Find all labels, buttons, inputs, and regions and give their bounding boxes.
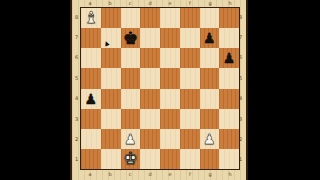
square-e3[interactable] <box>160 109 180 129</box>
square-a2[interactable] <box>81 129 101 149</box>
square-b3[interactable] <box>101 109 121 129</box>
square-f5[interactable] <box>180 68 200 88</box>
square-f8[interactable] <box>180 8 200 28</box>
rank-label: 8 <box>74 7 79 27</box>
square-f6[interactable] <box>180 48 200 68</box>
file-label: b <box>100 172 120 177</box>
file-label: f <box>180 172 200 177</box>
file-label: g <box>200 1 220 6</box>
square-h4[interactable] <box>219 89 239 109</box>
square-d4[interactable] <box>140 89 160 109</box>
square-a4[interactable]: ♟ <box>81 89 101 109</box>
rank-label: 5 <box>74 68 79 88</box>
square-f4[interactable] <box>180 89 200 109</box>
white-pawn[interactable]: ♟ <box>203 132 216 146</box>
square-b5[interactable] <box>101 68 121 88</box>
square-d1[interactable] <box>140 149 160 169</box>
square-d5[interactable] <box>140 68 160 88</box>
square-a7[interactable] <box>81 28 101 48</box>
square-g5[interactable] <box>200 68 220 88</box>
file-labels-bottom: abcdefgh <box>80 172 240 177</box>
square-b8[interactable] <box>101 8 121 28</box>
screenshot-background: abcdefgh abcdefgh 87654321 87654321 ♝▲♚♟… <box>0 0 320 180</box>
file-label: h <box>220 1 240 6</box>
square-g4[interactable] <box>200 89 220 109</box>
square-g8[interactable] <box>200 8 220 28</box>
square-b2[interactable] <box>101 129 121 149</box>
square-d8[interactable] <box>140 8 160 28</box>
square-a1[interactable] <box>81 149 101 169</box>
square-d6[interactable] <box>140 48 160 68</box>
black-pawn[interactable]: ♟ <box>85 92 98 106</box>
square-f2[interactable] <box>180 129 200 149</box>
square-h8[interactable] <box>219 8 239 28</box>
square-c5[interactable] <box>121 68 141 88</box>
square-c8[interactable] <box>121 8 141 28</box>
square-e8[interactable] <box>160 8 180 28</box>
square-e5[interactable] <box>160 68 180 88</box>
square-c2[interactable]: ♟ <box>121 129 141 149</box>
square-a8[interactable]: ♝ <box>81 8 101 28</box>
board-grid: ♝▲♚♟♟♟♟♟♚ <box>80 7 240 170</box>
file-label: a <box>80 1 100 6</box>
file-label: e <box>160 172 180 177</box>
file-label: g <box>200 172 220 177</box>
square-c4[interactable] <box>121 89 141 109</box>
chess-board: abcdefgh abcdefgh 87654321 87654321 ♝▲♚♟… <box>70 0 248 180</box>
square-f1[interactable] <box>180 149 200 169</box>
rank-label: 3 <box>74 109 79 129</box>
square-f7[interactable] <box>180 28 200 48</box>
file-label: a <box>80 172 100 177</box>
square-c3[interactable] <box>121 109 141 129</box>
square-g6[interactable] <box>200 48 220 68</box>
square-g3[interactable] <box>200 109 220 129</box>
file-label: c <box>120 1 140 6</box>
rank-labels-left: 87654321 <box>74 7 79 170</box>
black-pawn[interactable]: ♟ <box>203 31 216 45</box>
rank-label: 7 <box>74 27 79 47</box>
square-g1[interactable] <box>200 149 220 169</box>
square-b4[interactable] <box>101 89 121 109</box>
square-b1[interactable] <box>101 149 121 169</box>
file-labels-top: abcdefgh <box>80 1 240 6</box>
square-d2[interactable] <box>140 129 160 149</box>
square-h7[interactable] <box>219 28 239 48</box>
rank-label: 1 <box>74 150 79 170</box>
square-f3[interactable] <box>180 109 200 129</box>
square-c7[interactable]: ♚ <box>121 28 141 48</box>
square-h3[interactable] <box>219 109 239 129</box>
square-a6[interactable] <box>81 48 101 68</box>
black-pawn[interactable]: ♟ <box>223 51 236 65</box>
square-e6[interactable] <box>160 48 180 68</box>
square-d7[interactable] <box>140 28 160 48</box>
square-c6[interactable] <box>121 48 141 68</box>
square-d3[interactable] <box>140 109 160 129</box>
file-label: e <box>160 1 180 6</box>
square-e2[interactable] <box>160 129 180 149</box>
square-e7[interactable] <box>160 28 180 48</box>
file-label: h <box>220 172 240 177</box>
square-g2[interactable]: ♟ <box>200 129 220 149</box>
square-g7[interactable]: ♟ <box>200 28 220 48</box>
file-label: c <box>120 172 140 177</box>
rank-label: 4 <box>74 89 79 109</box>
rank-label: 6 <box>74 48 79 68</box>
file-label: d <box>140 172 160 177</box>
mouse-cursor: ▲ <box>103 40 110 47</box>
square-a5[interactable] <box>81 68 101 88</box>
white-king[interactable]: ♚ <box>123 150 138 167</box>
file-label: b <box>100 1 120 6</box>
square-a3[interactable] <box>81 109 101 129</box>
square-e1[interactable] <box>160 149 180 169</box>
square-h1[interactable] <box>219 149 239 169</box>
file-label: d <box>140 1 160 6</box>
file-label: f <box>180 1 200 6</box>
white-pawn[interactable]: ♟ <box>124 132 137 146</box>
white-bishop[interactable]: ♝ <box>84 10 98 26</box>
square-h5[interactable] <box>219 68 239 88</box>
square-h2[interactable] <box>219 129 239 149</box>
square-c1[interactable]: ♚ <box>121 149 141 169</box>
black-king[interactable]: ♚ <box>123 30 138 47</box>
square-e4[interactable] <box>160 89 180 109</box>
square-b6[interactable] <box>101 48 121 68</box>
square-h6[interactable]: ♟ <box>219 48 239 68</box>
square-b7[interactable]: ▲ <box>101 28 121 48</box>
rank-label: 2 <box>74 129 79 149</box>
